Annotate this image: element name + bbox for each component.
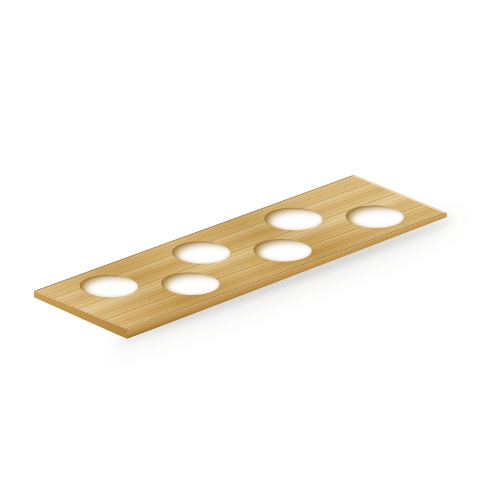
pit-4[interactable] — [241, 234, 323, 266]
pit-6[interactable] — [333, 201, 415, 233]
pit-5[interactable] — [252, 203, 334, 235]
pit-2[interactable] — [149, 268, 231, 300]
pit-3[interactable] — [160, 237, 242, 269]
pit-1[interactable] — [67, 270, 149, 302]
product-photo-canvas — [0, 0, 500, 500]
